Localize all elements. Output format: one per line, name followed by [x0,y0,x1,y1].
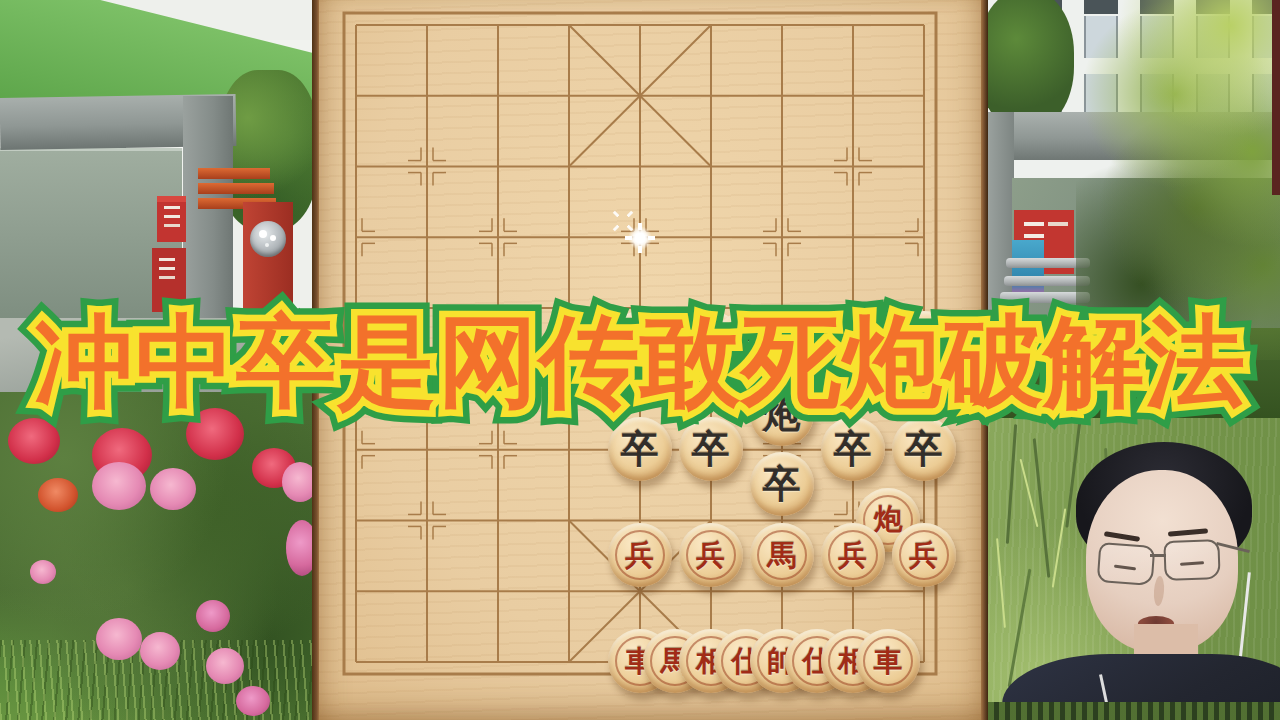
rose [236,686,270,716]
red-sign [157,196,186,242]
piece-glyph: 卒 [692,430,730,468]
piece-glyph: 卒 [621,430,659,468]
piece-red-soldier[interactable]: 兵 [679,523,743,587]
poster [1012,240,1044,300]
piece-glyph: 卒 [834,430,872,468]
weed [1006,424,1017,544]
piece-glyph: 兵 [909,541,938,570]
drum-emblem [250,221,286,257]
rose [92,462,146,510]
weed [1008,569,1032,688]
webcam-overlay [988,418,1280,720]
piece-red-soldier[interactable]: 兵 [608,523,672,587]
rose [38,478,78,512]
trees [988,0,1074,130]
weed [1033,438,1051,578]
streamer-glasses [1163,539,1220,581]
piece-glyph: 卒 [763,465,801,503]
piece-glyph: 炮 [874,505,903,534]
piece-glyph: 車 [874,647,903,676]
piece-glyph: 兵 [838,541,867,570]
piece-red-soldier[interactable]: 兵 [821,523,885,587]
piece-glyph: 兵 [625,541,654,570]
rose [96,618,142,660]
tree-trunk-shadow [1272,0,1280,195]
rose [140,632,180,670]
piece-glyph: 馬 [767,541,796,570]
title-banner: 冲中卒是网传敢死炮破解法 冲中卒是网传敢死炮破解法 冲中卒是网传敢死炮破解法 [0,296,1280,432]
piece-black-soldier[interactable]: 卒 [750,452,814,516]
rose [30,560,56,584]
orange-slat [198,168,270,179]
rose [150,468,196,510]
title-banner-text: 冲中卒是网传敢死炮破解法 [0,296,1280,428]
grass-blade [1052,508,1066,587]
piece-glyph: 兵 [696,541,725,570]
webcam-bottom-strip [988,702,1280,720]
last-move-marker [623,221,657,255]
streamer-glasses [1097,542,1156,586]
piece-red-chariot[interactable]: 車 [856,629,920,693]
piece-glyph: 卒 [905,430,943,468]
piece-red-soldier[interactable]: 兵 [892,523,956,587]
rose [206,648,244,684]
video-frame: 車馬象士将士象馬車炮卒卒卒卒卒炮兵兵馬兵兵車馬相仕帥仕相車 冲中卒是网传敢死炮 [0,0,1280,720]
grass-blade [996,538,1006,628]
piece-red-horse[interactable]: 馬 [750,523,814,587]
streamer-glasses [1150,554,1166,557]
orange-slat [198,183,274,194]
rose [196,600,230,632]
